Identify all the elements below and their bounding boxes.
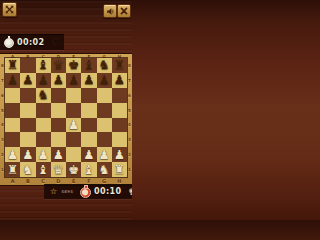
square-h7[interactable]: ♟ <box>112 73 127 88</box>
coord-label-B: B <box>20 177 35 186</box>
square-h5[interactable] <box>112 103 127 118</box>
square-f3[interactable] <box>81 132 96 147</box>
coord-label-A: A <box>5 177 20 186</box>
square-f7[interactable]: ♟ <box>81 73 96 88</box>
app-root: { "game": "chess", "app": {"theme": "woo… <box>0 0 132 220</box>
square-e6[interactable] <box>66 88 81 103</box>
square-b3[interactable] <box>20 132 35 147</box>
square-c6[interactable]: ♞ <box>36 88 51 103</box>
piece-wP-a2[interactable]: ♟ <box>5 147 20 162</box>
piece-wB-f1[interactable]: ♝ <box>81 162 96 177</box>
star-icon[interactable]: ☆ <box>50 187 57 196</box>
square-c5[interactable] <box>36 103 51 118</box>
square-d5[interactable] <box>51 103 66 118</box>
square-b1[interactable]: ♞ <box>20 162 35 177</box>
square-h8[interactable]: ♜ <box>112 58 127 73</box>
piece-wP-d2[interactable]: ♟ <box>51 147 66 162</box>
black-king-icon: ♚ <box>52 37 61 47</box>
piece-bB-f8[interactable]: ♝ <box>81 58 96 73</box>
piece-wK-e1[interactable]: ♚ <box>66 162 81 177</box>
piece-bR-a8[interactable]: ♜ <box>5 58 20 73</box>
piece-bN-g8[interactable]: ♞ <box>97 58 112 73</box>
square-g2[interactable]: ♟ <box>97 147 112 162</box>
square-e1[interactable]: ♚ <box>66 162 81 177</box>
square-h1[interactable]: ♜ <box>112 162 127 177</box>
square-d3[interactable] <box>51 132 66 147</box>
square-d2[interactable]: ♟ <box>51 147 66 162</box>
active-timer-icon <box>80 187 91 198</box>
white-clock-bar: ☆ 4894 00:10 ♚ <box>44 184 132 199</box>
square-e3[interactable] <box>66 132 81 147</box>
sound-button[interactable] <box>103 4 117 18</box>
coord-label-2: 2 <box>127 147 132 162</box>
square-c8[interactable]: ♝ <box>36 58 51 73</box>
square-a5[interactable] <box>5 103 20 118</box>
square-g5[interactable] <box>97 103 112 118</box>
square-a4[interactable] <box>5 118 20 133</box>
piece-bK-e8[interactable]: ♚ <box>66 58 81 73</box>
square-c4[interactable] <box>36 118 51 133</box>
piece-wN-b1[interactable]: ♞ <box>20 162 35 177</box>
square-c2[interactable]: ♟ <box>36 147 51 162</box>
coord-label-1: 1 <box>127 162 132 177</box>
square-d1[interactable]: ♛ <box>51 162 66 177</box>
piece-wP-g2[interactable]: ♟ <box>97 147 112 162</box>
square-c3[interactable] <box>36 132 51 147</box>
piece-wQ-d1[interactable]: ♛ <box>51 162 66 177</box>
fullscreen-button[interactable] <box>2 2 17 17</box>
white-clock-time: 00:10 <box>94 187 121 196</box>
square-e5[interactable] <box>66 103 81 118</box>
square-b6[interactable] <box>20 88 35 103</box>
square-h6[interactable] <box>112 88 127 103</box>
close-button[interactable] <box>117 4 131 18</box>
square-h4[interactable] <box>112 118 127 133</box>
square-f1[interactable]: ♝ <box>81 162 96 177</box>
square-f4[interactable] <box>81 118 96 133</box>
piece-bP-f7[interactable]: ♟ <box>81 72 96 87</box>
square-e2[interactable] <box>66 147 81 162</box>
speaker-icon <box>106 7 115 16</box>
square-a1[interactable]: ♜ <box>5 162 20 177</box>
stopwatch-icon <box>4 38 14 48</box>
square-f8[interactable]: ♝ <box>81 58 96 73</box>
expand-arrows-icon <box>5 5 14 14</box>
square-a8[interactable]: ♜ <box>5 58 20 73</box>
square-f5[interactable] <box>81 103 96 118</box>
coord-label-3: 3 <box>127 132 132 147</box>
coord-label-7: 7 <box>127 73 132 88</box>
square-e4[interactable]: ♟ <box>66 118 81 133</box>
rank-labels-right: 87654321 <box>127 58 132 177</box>
square-g6[interactable] <box>97 88 112 103</box>
piece-wN-g1[interactable]: ♞ <box>97 162 112 177</box>
square-d7[interactable]: ♟ <box>51 73 66 88</box>
piece-wP-c2[interactable]: ♟ <box>36 147 51 162</box>
chess-board: ABCDEFGH 87654321 ♜♝♛♚♝♞♜♟♟♟♟♟♟♟♟♞♟♟♟♟♟♟… <box>0 53 132 186</box>
piece-bP-a7[interactable]: ♟ <box>5 72 20 87</box>
square-f2[interactable]: ♟ <box>81 147 96 162</box>
square-d8[interactable]: ♛ <box>51 58 66 73</box>
piece-bP-d7[interactable]: ♟ <box>51 72 66 87</box>
square-a2[interactable]: ♟ <box>5 147 20 162</box>
square-b4[interactable] <box>20 118 35 133</box>
square-f6[interactable] <box>81 88 96 103</box>
square-b2[interactable]: ♟ <box>20 147 35 162</box>
piece-bB-c8[interactable]: ♝ <box>36 58 51 73</box>
square-b7[interactable]: ♟ <box>20 73 35 88</box>
square-a7[interactable]: ♟ <box>5 73 20 88</box>
coord-label-8: 8 <box>127 58 132 73</box>
square-g1[interactable]: ♞ <box>97 162 112 177</box>
coord-label-6: 6 <box>127 88 132 103</box>
coord-label-5: 5 <box>127 103 132 118</box>
square-a3[interactable] <box>5 132 20 147</box>
piece-bR-h8[interactable]: ♜ <box>112 58 127 73</box>
piece-bN-c6[interactable]: ♞ <box>36 87 51 102</box>
square-g7[interactable]: ♟ <box>97 73 112 88</box>
square-e8[interactable]: ♚ <box>66 58 81 73</box>
piece-wR-a1[interactable]: ♜ <box>5 162 20 177</box>
black-clock-bar: 00:02 ♚ <box>0 34 64 50</box>
square-g8[interactable]: ♞ <box>97 58 112 73</box>
square-h2[interactable]: ♟ <box>112 147 127 162</box>
white-king-icon: ♚ <box>128 186 132 197</box>
square-d6[interactable] <box>51 88 66 103</box>
piece-bP-h7[interactable]: ♟ <box>112 72 127 87</box>
square-g3[interactable] <box>97 132 112 147</box>
square-b8[interactable] <box>20 58 35 73</box>
square-b5[interactable] <box>20 103 35 118</box>
piece-bQ-d8[interactable]: ♛ <box>51 58 66 73</box>
black-clock-time: 00:02 <box>17 38 44 47</box>
square-c7[interactable]: ♟ <box>36 73 51 88</box>
piece-bP-e7[interactable]: ♟ <box>66 72 81 87</box>
square-d4[interactable] <box>51 118 66 133</box>
piece-wP-f2[interactable]: ♟ <box>81 147 96 162</box>
piece-wB-c1[interactable]: ♝ <box>36 162 51 177</box>
piece-wP-e4[interactable]: ♟ <box>66 117 81 132</box>
piece-bP-c7[interactable]: ♟ <box>36 72 51 87</box>
square-h3[interactable] <box>112 132 127 147</box>
square-c1[interactable]: ♝ <box>36 162 51 177</box>
square-e7[interactable]: ♟ <box>66 73 81 88</box>
board-squares: ♜♝♛♚♝♞♜♟♟♟♟♟♟♟♟♞♟♟♟♟♟♟♟♟♜♞♝♛♚♝♞♜ <box>5 58 127 177</box>
square-g4[interactable] <box>97 118 112 133</box>
piece-wP-h2[interactable]: ♟ <box>112 147 127 162</box>
piece-bP-g7[interactable]: ♟ <box>97 72 112 87</box>
piece-wP-b2[interactable]: ♟ <box>20 147 35 162</box>
piece-bP-b7[interactable]: ♟ <box>20 72 35 87</box>
close-icon <box>120 7 128 15</box>
score-text: 4894 <box>61 189 73 194</box>
square-a6[interactable] <box>5 88 20 103</box>
piece-wR-h1[interactable]: ♜ <box>112 162 127 177</box>
coord-label-4: 4 <box>127 118 132 133</box>
